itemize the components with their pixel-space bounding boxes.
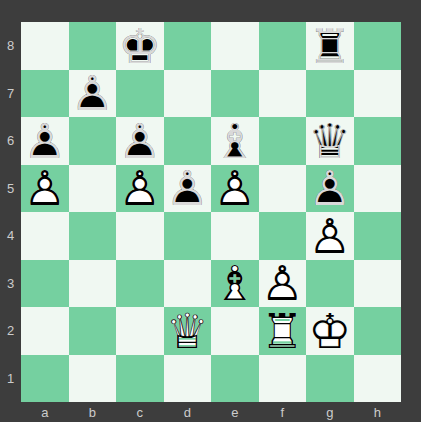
piece-glyph-fill: ♟ (306, 165, 354, 213)
square-h2[interactable] (354, 307, 402, 355)
piece-glyph-fill: ♟ (69, 70, 117, 118)
square-d6[interactable] (164, 117, 212, 165)
piece-glyph-outline: ♙ (116, 117, 164, 165)
square-g8[interactable]: ♜♖ (306, 22, 354, 70)
file-label-e: e (211, 402, 259, 422)
piece-glyph-outline: ♙ (116, 165, 164, 213)
piece-black-rook[interactable]: ♜♖ (306, 22, 354, 70)
square-g2[interactable]: ♚♔ (306, 307, 354, 355)
square-d7[interactable] (164, 70, 212, 118)
piece-glyph-fill: ♟ (21, 165, 69, 213)
square-f6[interactable] (259, 117, 307, 165)
piece-glyph-outline: ♙ (164, 165, 212, 213)
piece-black-pawn[interactable]: ♟♙ (116, 117, 164, 165)
piece-glyph-outline: ♙ (21, 165, 69, 213)
rank-label-3: 3 (0, 260, 21, 308)
piece-glyph-fill: ♛ (306, 117, 354, 165)
piece-glyph-outline: ♔ (306, 307, 354, 355)
piece-glyph-outline: ♙ (306, 212, 354, 260)
square-a1[interactable] (21, 355, 69, 403)
square-e3[interactable]: ♝♗ (211, 260, 259, 308)
piece-white-king[interactable]: ♚♔ (306, 307, 354, 355)
rank-label-1: 1 (0, 355, 21, 403)
square-b8[interactable] (69, 22, 117, 70)
square-f5[interactable] (259, 165, 307, 213)
square-d5[interactable]: ♟♙ (164, 165, 212, 213)
square-d2[interactable]: ♛♕ (164, 307, 212, 355)
piece-glyph-fill: ♟ (116, 117, 164, 165)
square-d1[interactable] (164, 355, 212, 403)
piece-white-pawn[interactable]: ♟♙ (116, 165, 164, 213)
square-f1[interactable] (259, 355, 307, 403)
piece-white-bishop[interactable]: ♝♗ (211, 260, 259, 308)
rank-label-5: 5 (0, 165, 21, 213)
piece-white-rook[interactable]: ♜♖ (259, 307, 307, 355)
piece-black-pawn[interactable]: ♟♙ (164, 165, 212, 213)
square-e7[interactable] (211, 70, 259, 118)
piece-glyph-outline: ♖ (306, 22, 354, 70)
square-g3[interactable] (306, 260, 354, 308)
piece-white-pawn[interactable]: ♟♙ (259, 260, 307, 308)
square-g4[interactable]: ♟♙ (306, 212, 354, 260)
square-c3[interactable] (116, 260, 164, 308)
square-a7[interactable] (21, 70, 69, 118)
square-f4[interactable] (259, 212, 307, 260)
square-f7[interactable] (259, 70, 307, 118)
square-c1[interactable] (116, 355, 164, 403)
piece-glyph-fill: ♟ (306, 212, 354, 260)
piece-black-pawn[interactable]: ♟♙ (306, 165, 354, 213)
piece-white-pawn[interactable]: ♟♙ (211, 165, 259, 213)
piece-glyph-outline: ♗ (211, 260, 259, 308)
piece-glyph-outline: ♙ (69, 70, 117, 118)
piece-glyph-fill: ♛ (164, 307, 212, 355)
square-b5[interactable] (69, 165, 117, 213)
square-h8[interactable] (354, 22, 402, 70)
square-f2[interactable]: ♜♖ (259, 307, 307, 355)
rank-label-6: 6 (0, 117, 21, 165)
piece-glyph-fill: ♟ (116, 165, 164, 213)
rank-label-8: 8 (0, 22, 21, 70)
square-b4[interactable] (69, 212, 117, 260)
piece-white-queen[interactable]: ♛♕ (164, 307, 212, 355)
chess-board: ♚♔♜♖♟♙♟♙♟♙♝♗♛♕♟♙♟♙♟♙♟♙♟♙♟♙♝♗♟♙♛♕♜♖♚♔ (21, 22, 401, 402)
square-b1[interactable] (69, 355, 117, 403)
square-c7[interactable] (116, 70, 164, 118)
piece-glyph-outline: ♙ (259, 260, 307, 308)
square-e2[interactable] (211, 307, 259, 355)
piece-black-pawn[interactable]: ♟♙ (21, 117, 69, 165)
square-c8[interactable]: ♚♔ (116, 22, 164, 70)
piece-black-pawn[interactable]: ♟♙ (69, 70, 117, 118)
square-g1[interactable] (306, 355, 354, 403)
piece-glyph-outline: ♔ (116, 22, 164, 70)
piece-glyph-fill: ♜ (306, 22, 354, 70)
file-label-f: f (259, 402, 307, 422)
piece-glyph-fill: ♝ (211, 260, 259, 308)
square-d3[interactable] (164, 260, 212, 308)
file-label-g: g (306, 402, 354, 422)
square-d8[interactable] (164, 22, 212, 70)
piece-glyph-fill: ♟ (259, 260, 307, 308)
square-h4[interactable] (354, 212, 402, 260)
square-a6[interactable]: ♟♙ (21, 117, 69, 165)
piece-glyph-outline: ♗ (211, 117, 259, 165)
piece-glyph-fill: ♟ (21, 117, 69, 165)
square-e4[interactable] (211, 212, 259, 260)
square-d4[interactable] (164, 212, 212, 260)
square-h7[interactable] (354, 70, 402, 118)
square-a8[interactable] (21, 22, 69, 70)
piece-glyph-outline: ♙ (21, 117, 69, 165)
square-e1[interactable] (211, 355, 259, 403)
square-a3[interactable] (21, 260, 69, 308)
piece-glyph-fill: ♟ (211, 165, 259, 213)
piece-glyph-fill: ♝ (211, 117, 259, 165)
square-c6[interactable]: ♟♙ (116, 117, 164, 165)
piece-black-bishop[interactable]: ♝♗ (211, 117, 259, 165)
file-label-b: b (69, 402, 117, 422)
square-f3[interactable]: ♟♙ (259, 260, 307, 308)
square-b6[interactable] (69, 117, 117, 165)
rank-label-4: 4 (0, 212, 21, 260)
square-a2[interactable] (21, 307, 69, 355)
square-h6[interactable] (354, 117, 402, 165)
square-g6[interactable]: ♛♕ (306, 117, 354, 165)
piece-white-pawn[interactable]: ♟♙ (306, 212, 354, 260)
square-g7[interactable] (306, 70, 354, 118)
chess-board-frame: ♚♔♜♖♟♙♟♙♟♙♝♗♛♕♟♙♟♙♟♙♟♙♟♙♟♙♝♗♟♙♛♕♜♖♚♔ 876… (0, 0, 421, 422)
square-h1[interactable] (354, 355, 402, 403)
square-b7[interactable]: ♟♙ (69, 70, 117, 118)
piece-glyph-fill: ♚ (116, 22, 164, 70)
piece-glyph-outline: ♕ (306, 117, 354, 165)
square-a5[interactable]: ♟♙ (21, 165, 69, 213)
square-g5[interactable]: ♟♙ (306, 165, 354, 213)
square-a4[interactable] (21, 212, 69, 260)
square-h5[interactable] (354, 165, 402, 213)
square-b2[interactable] (69, 307, 117, 355)
piece-glyph-outline: ♙ (211, 165, 259, 213)
piece-glyph-outline: ♖ (259, 307, 307, 355)
piece-glyph-fill: ♚ (306, 307, 354, 355)
square-b3[interactable] (69, 260, 117, 308)
file-label-h: h (354, 402, 402, 422)
file-label-d: d (164, 402, 212, 422)
square-h3[interactable] (354, 260, 402, 308)
square-e6[interactable]: ♝♗ (211, 117, 259, 165)
square-e8[interactable] (211, 22, 259, 70)
piece-black-king[interactable]: ♚♔ (116, 22, 164, 70)
rank-label-2: 2 (0, 307, 21, 355)
piece-glyph-outline: ♙ (306, 165, 354, 213)
square-c2[interactable] (116, 307, 164, 355)
rank-label-7: 7 (0, 70, 21, 118)
piece-black-queen[interactable]: ♛♕ (306, 117, 354, 165)
piece-glyph-outline: ♕ (164, 307, 212, 355)
square-f8[interactable] (259, 22, 307, 70)
file-label-a: a (21, 402, 69, 422)
piece-glyph-fill: ♜ (259, 307, 307, 355)
piece-glyph-fill: ♟ (164, 165, 212, 213)
square-e5[interactable]: ♟♙ (211, 165, 259, 213)
file-label-c: c (116, 402, 164, 422)
piece-white-pawn[interactable]: ♟♙ (21, 165, 69, 213)
square-c4[interactable] (116, 212, 164, 260)
square-c5[interactable]: ♟♙ (116, 165, 164, 213)
